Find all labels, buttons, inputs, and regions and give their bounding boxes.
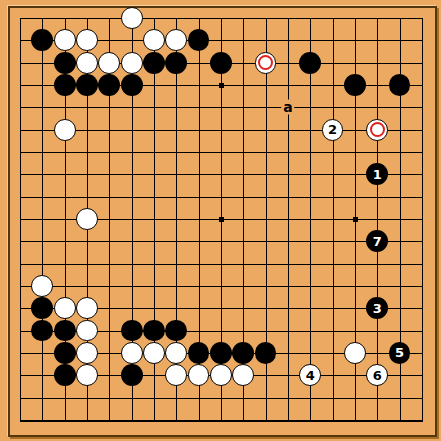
stone-white[interactable] xyxy=(121,7,143,29)
stone-black[interactable] xyxy=(188,29,210,51)
stone-black[interactable]: 3 xyxy=(366,297,388,319)
stone-black[interactable] xyxy=(121,74,143,96)
stone-white[interactable] xyxy=(121,342,143,364)
stone-white[interactable]: 6 xyxy=(366,364,388,386)
move-number: 7 xyxy=(373,235,382,248)
stone-black[interactable]: 1 xyxy=(366,163,388,185)
stone-black[interactable] xyxy=(165,320,187,342)
stone-black[interactable] xyxy=(54,364,76,386)
stone-black[interactable] xyxy=(54,74,76,96)
stone-white[interactable] xyxy=(165,342,187,364)
stone-white[interactable] xyxy=(76,320,98,342)
stone-black[interactable] xyxy=(188,342,210,364)
stone-white[interactable] xyxy=(366,119,388,141)
stone-black[interactable] xyxy=(344,74,366,96)
stone-white[interactable] xyxy=(76,364,98,386)
stone-black[interactable] xyxy=(255,342,277,364)
stone-white[interactable] xyxy=(121,52,143,74)
stone-white[interactable] xyxy=(232,364,254,386)
stone-black[interactable]: 7 xyxy=(366,230,388,252)
stone-black[interactable] xyxy=(31,29,53,51)
stone-black[interactable] xyxy=(165,52,187,74)
stone-white[interactable] xyxy=(143,29,165,51)
stone-white[interactable] xyxy=(54,29,76,51)
stone-white[interactable] xyxy=(255,52,277,74)
stone-white[interactable] xyxy=(54,297,76,319)
stone-white[interactable] xyxy=(165,364,187,386)
stone-black[interactable] xyxy=(121,320,143,342)
stone-white[interactable] xyxy=(31,275,53,297)
stone-white[interactable] xyxy=(54,119,76,141)
stone-white[interactable] xyxy=(188,364,210,386)
stone-white[interactable] xyxy=(76,342,98,364)
stone-black[interactable] xyxy=(232,342,254,364)
stone-black[interactable] xyxy=(389,74,411,96)
stone-white[interactable] xyxy=(165,29,187,51)
stone-black[interactable] xyxy=(76,74,98,96)
move-number: 3 xyxy=(373,302,382,315)
stone-black[interactable]: 5 xyxy=(389,342,411,364)
move-number: 6 xyxy=(373,369,382,382)
stone-white[interactable] xyxy=(76,29,98,51)
stone-white[interactable] xyxy=(98,52,120,74)
board-grid[interactable]: 2173546 xyxy=(9,7,433,431)
move-number: 4 xyxy=(306,369,315,382)
red-circle-marker xyxy=(370,122,385,137)
stone-black[interactable] xyxy=(54,320,76,342)
stone-black[interactable] xyxy=(210,342,232,364)
move-number: 2 xyxy=(328,123,337,136)
stone-white[interactable] xyxy=(143,342,165,364)
stone-white[interactable] xyxy=(210,364,232,386)
stone-black[interactable] xyxy=(143,52,165,74)
stone-white[interactable]: 2 xyxy=(322,119,344,141)
move-number: 1 xyxy=(373,168,382,181)
stone-black[interactable] xyxy=(31,297,53,319)
stone-white[interactable] xyxy=(76,52,98,74)
stone-white[interactable] xyxy=(344,342,366,364)
stone-white[interactable] xyxy=(76,208,98,230)
stone-black[interactable] xyxy=(121,364,143,386)
stone-white[interactable] xyxy=(76,297,98,319)
stone-black[interactable] xyxy=(299,52,321,74)
stone-black[interactable] xyxy=(31,320,53,342)
stone-black[interactable] xyxy=(54,342,76,364)
go-board: a 2173546 xyxy=(0,0,441,441)
stone-black[interactable] xyxy=(210,52,232,74)
stone-white[interactable]: 4 xyxy=(299,364,321,386)
stone-black[interactable] xyxy=(143,320,165,342)
red-circle-marker xyxy=(258,55,273,70)
stone-black[interactable] xyxy=(98,74,120,96)
move-number: 5 xyxy=(395,346,404,359)
stone-black[interactable] xyxy=(54,52,76,74)
